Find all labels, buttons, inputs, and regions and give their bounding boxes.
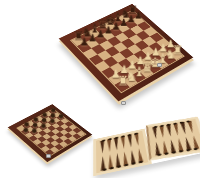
backgammon-checker <box>102 168 106 171</box>
board-cell: ♜ <box>125 11 138 20</box>
product-photo-3in1-game-set: ♜♞♝♛♚♝♞♜♟♟♟♟♟♟♟♟♟♟♟♟♟♟♟♟♜♞♝♛♚♝♞♜ ●●●●●●●… <box>0 0 200 178</box>
board-cell <box>77 131 85 137</box>
clasp-icon <box>157 63 162 67</box>
backgammon-checker <box>157 153 161 156</box>
backgammon-checker <box>131 162 135 165</box>
backgammon-checker <box>171 151 176 154</box>
backgammon-right-half <box>146 117 200 161</box>
backgammon-point <box>152 126 159 139</box>
clasp-icon <box>46 154 51 158</box>
backgammon-checker <box>124 164 128 167</box>
light-rook: ♜ <box>173 45 183 55</box>
backgammon-checker <box>109 167 113 170</box>
backgammon-point <box>173 123 181 136</box>
checkers-grid: ●●●●●●●●●●●● <box>16 108 86 156</box>
backgammon-point <box>166 124 174 137</box>
backgammon-left-half <box>93 129 152 177</box>
backgammon-checker <box>164 152 168 155</box>
backgammon-checker <box>179 150 184 153</box>
backgammon-point <box>187 121 196 134</box>
backgammon-box <box>93 118 200 177</box>
chess-board: ♜♞♝♛♚♝♞♜♟♟♟♟♟♟♟♟♟♟♟♟♟♟♟♟♜♞♝♛♚♝♞♜ <box>59 4 193 102</box>
checkers-board-photo[interactable]: ●●●●●●●●●●●● <box>20 101 80 161</box>
backgammon-checker <box>138 161 142 164</box>
backgammon-point <box>180 122 188 135</box>
backgammon-checker <box>186 149 191 152</box>
dark-rook: ♜ <box>128 6 137 15</box>
backgammon-checker <box>116 165 120 168</box>
board-cell: ♜ <box>169 50 183 60</box>
chess-board-photo[interactable]: ♜♞♝♛♚♝♞♜♟♟♟♟♟♟♟♟♟♟♟♟♟♟♟♟♜♞♝♛♚♝♞♜ <box>78 0 174 96</box>
backgammon-checker <box>194 147 199 150</box>
backgammon-point <box>159 125 166 138</box>
backgammon-board-photo[interactable] <box>92 118 200 176</box>
chess-grid: ♜♞♝♛♚♝♞♜♟♟♟♟♟♟♟♟♟♟♟♟♟♟♟♟♜♞♝♛♚♝♞♜ <box>70 10 185 93</box>
hinge-icon <box>121 101 126 105</box>
